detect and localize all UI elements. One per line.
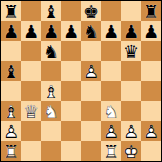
square-c6[interactable]: ♞ [41, 41, 61, 61]
square-c4[interactable]: ♝♗ [41, 81, 61, 101]
black-knight-glyph: ♞ [81, 21, 101, 41]
black-bishop-glyph: ♝ [1, 61, 21, 81]
piece-white-knight[interactable]: ♞♘ [41, 101, 61, 121]
piece-black-queen[interactable]: ♛ [121, 41, 141, 61]
square-a4[interactable] [1, 81, 21, 101]
piece-black-bishop[interactable]: ♝ [1, 61, 21, 81]
piece-white-king[interactable]: ♚♔ [121, 141, 141, 161]
piece-white-pawn[interactable]: ♟♙ [121, 121, 141, 141]
white-pawn-outline: ♙ [81, 61, 101, 81]
square-g3[interactable] [121, 101, 141, 121]
piece-white-bishop[interactable]: ♝♗ [41, 81, 61, 101]
square-d6[interactable] [61, 41, 81, 61]
square-b7[interactable]: ♟ [21, 21, 41, 41]
black-pawn-glyph: ♟ [1, 21, 21, 41]
square-e3[interactable] [81, 101, 101, 121]
piece-black-pawn[interactable]: ♟ [121, 21, 141, 41]
chess-board: ♜♝♚♜♟♟♟♟♞♟♟♟♞♛♝♟♙♝♗♝♗♛♕♞♘♞♘♟♙♟♙♟♙♟♙♜♖♜♖♚… [0, 0, 162, 162]
square-e2[interactable] [81, 121, 101, 141]
white-pawn-outline: ♙ [121, 121, 141, 141]
black-rook-glyph: ♜ [141, 1, 161, 21]
piece-black-pawn[interactable]: ♟ [21, 21, 41, 41]
piece-white-queen[interactable]: ♛♕ [21, 101, 41, 121]
square-a1[interactable]: ♜♖ [1, 141, 21, 161]
square-a3[interactable]: ♝♗ [1, 101, 21, 121]
black-pawn-glyph: ♟ [61, 21, 81, 41]
piece-white-pawn[interactable]: ♟♙ [101, 121, 121, 141]
white-pawn-outline: ♙ [141, 121, 161, 141]
piece-black-pawn[interactable]: ♟ [101, 21, 121, 41]
square-c1[interactable] [41, 141, 61, 161]
square-b6[interactable] [21, 41, 41, 61]
piece-black-pawn[interactable]: ♟ [141, 21, 161, 41]
black-king-glyph: ♚ [81, 1, 101, 21]
square-d5[interactable] [61, 61, 81, 81]
white-knight-outline: ♘ [41, 101, 61, 121]
white-pawn-outline: ♙ [101, 121, 121, 141]
white-bishop-outline: ♗ [1, 101, 21, 121]
piece-white-rook[interactable]: ♜♖ [101, 141, 121, 161]
square-a2[interactable]: ♟♙ [1, 121, 21, 141]
square-d2[interactable] [61, 121, 81, 141]
square-e6[interactable] [81, 41, 101, 61]
square-h6[interactable] [141, 41, 161, 61]
white-pawn-outline: ♙ [1, 121, 21, 141]
square-h7[interactable]: ♟ [141, 21, 161, 41]
black-queen-glyph: ♛ [121, 41, 141, 61]
square-e8[interactable]: ♚ [81, 1, 101, 21]
piece-black-knight[interactable]: ♞ [81, 21, 101, 41]
square-b4[interactable] [21, 81, 41, 101]
black-knight-glyph: ♞ [41, 41, 61, 61]
square-b3[interactable]: ♛♕ [21, 101, 41, 121]
square-f5[interactable] [101, 61, 121, 81]
square-g4[interactable] [121, 81, 141, 101]
square-d7[interactable]: ♟ [61, 21, 81, 41]
square-f8[interactable] [101, 1, 121, 21]
square-h1[interactable] [141, 141, 161, 161]
square-e4[interactable] [81, 81, 101, 101]
square-b5[interactable] [21, 61, 41, 81]
piece-black-rook[interactable]: ♜ [141, 1, 161, 21]
white-rook-outline: ♖ [1, 141, 21, 161]
square-c7[interactable]: ♟ [41, 21, 61, 41]
square-f3[interactable]: ♞♘ [101, 101, 121, 121]
square-a6[interactable] [1, 41, 21, 61]
black-pawn-glyph: ♟ [21, 21, 41, 41]
piece-white-knight[interactable]: ♞♘ [101, 101, 121, 121]
piece-black-rook[interactable]: ♜ [1, 1, 21, 21]
square-f4[interactable] [101, 81, 121, 101]
black-pawn-glyph: ♟ [121, 21, 141, 41]
piece-white-rook[interactable]: ♜♖ [1, 141, 21, 161]
square-a8[interactable]: ♜ [1, 1, 21, 21]
square-c8[interactable]: ♝ [41, 1, 61, 21]
square-g8[interactable] [121, 1, 141, 21]
square-b1[interactable] [21, 141, 41, 161]
piece-black-pawn[interactable]: ♟ [61, 21, 81, 41]
square-g2[interactable]: ♟♙ [121, 121, 141, 141]
piece-black-pawn[interactable]: ♟ [1, 21, 21, 41]
square-e5[interactable]: ♟♙ [81, 61, 101, 81]
black-rook-glyph: ♜ [1, 1, 21, 21]
square-f1[interactable]: ♜♖ [101, 141, 121, 161]
square-g1[interactable]: ♚♔ [121, 141, 141, 161]
piece-white-bishop[interactable]: ♝♗ [1, 101, 21, 121]
square-c5[interactable] [41, 61, 61, 81]
white-rook-outline: ♖ [101, 141, 121, 161]
chess-board-window: ♜♝♚♜♟♟♟♟♞♟♟♟♞♛♝♟♙♝♗♝♗♛♕♞♘♞♘♟♙♟♙♟♙♟♙♜♖♜♖♚… [0, 0, 162, 162]
square-e7[interactable]: ♞ [81, 21, 101, 41]
square-d4[interactable] [61, 81, 81, 101]
piece-black-knight[interactable]: ♞ [41, 41, 61, 61]
square-g5[interactable] [121, 61, 141, 81]
square-f7[interactable]: ♟ [101, 21, 121, 41]
square-c2[interactable] [41, 121, 61, 141]
piece-black-king[interactable]: ♚ [81, 1, 101, 21]
black-bishop-glyph: ♝ [41, 1, 61, 21]
square-b2[interactable] [21, 121, 41, 141]
square-h8[interactable]: ♜ [141, 1, 161, 21]
square-f6[interactable] [101, 41, 121, 61]
square-b8[interactable] [21, 1, 41, 21]
black-pawn-glyph: ♟ [41, 21, 61, 41]
square-d3[interactable] [61, 101, 81, 121]
piece-black-bishop[interactable]: ♝ [41, 1, 61, 21]
black-pawn-glyph: ♟ [141, 21, 161, 41]
white-bishop-outline: ♗ [41, 81, 61, 101]
square-h2[interactable]: ♟♙ [141, 121, 161, 141]
black-pawn-glyph: ♟ [101, 21, 121, 41]
white-queen-outline: ♕ [21, 101, 41, 121]
square-d1[interactable] [61, 141, 81, 161]
square-h3[interactable] [141, 101, 161, 121]
square-d8[interactable] [61, 1, 81, 21]
white-knight-outline: ♘ [101, 101, 121, 121]
square-h5[interactable] [141, 61, 161, 81]
square-e1[interactable] [81, 141, 101, 161]
piece-white-pawn[interactable]: ♟♙ [81, 61, 101, 81]
piece-white-pawn[interactable]: ♟♙ [1, 121, 21, 141]
square-g6[interactable]: ♛ [121, 41, 141, 61]
square-a5[interactable]: ♝ [1, 61, 21, 81]
white-king-outline: ♔ [121, 141, 141, 161]
piece-white-pawn[interactable]: ♟♙ [141, 121, 161, 141]
square-a7[interactable]: ♟ [1, 21, 21, 41]
square-h4[interactable] [141, 81, 161, 101]
piece-black-pawn[interactable]: ♟ [41, 21, 61, 41]
square-c3[interactable]: ♞♘ [41, 101, 61, 121]
square-g7[interactable]: ♟ [121, 21, 141, 41]
square-f2[interactable]: ♟♙ [101, 121, 121, 141]
